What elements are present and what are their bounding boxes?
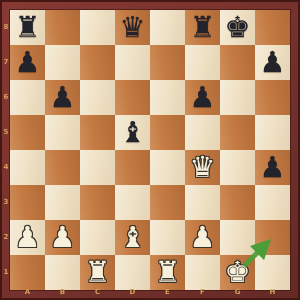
- piece-white-pawn-b2[interactable]: ♟: [45, 220, 80, 255]
- file-label-c: C: [80, 288, 115, 298]
- square-b3[interactable]: [45, 185, 80, 220]
- square-d2[interactable]: ♝: [115, 220, 150, 255]
- piece-black-bishop-d5[interactable]: ♝: [115, 115, 150, 150]
- piece-black-queen-d8[interactable]: ♛: [115, 10, 150, 45]
- piece-black-pawn-h7[interactable]: ♟: [255, 45, 290, 80]
- square-c1[interactable]: ♜: [80, 255, 115, 290]
- rank-label-7: 7: [2, 45, 10, 80]
- square-a1[interactable]: [10, 255, 45, 290]
- piece-black-pawn-a7[interactable]: ♟: [10, 45, 45, 80]
- square-h1[interactable]: [255, 255, 290, 290]
- rank-label-6: 6: [2, 80, 10, 115]
- square-a4[interactable]: [10, 150, 45, 185]
- file-label-h: H: [255, 288, 290, 298]
- piece-black-pawn-f6[interactable]: ♟: [185, 80, 220, 115]
- square-a8[interactable]: ♜: [10, 10, 45, 45]
- square-f8[interactable]: ♜: [185, 10, 220, 45]
- square-c2[interactable]: [80, 220, 115, 255]
- square-h2[interactable]: [255, 220, 290, 255]
- square-d4[interactable]: [115, 150, 150, 185]
- square-a3[interactable]: [10, 185, 45, 220]
- square-d6[interactable]: [115, 80, 150, 115]
- piece-white-rook-e1[interactable]: ♜: [150, 255, 185, 290]
- square-b5[interactable]: [45, 115, 80, 150]
- piece-black-rook-f8[interactable]: ♜: [185, 10, 220, 45]
- file-label-a: A: [10, 288, 45, 298]
- square-g8[interactable]: ♚: [220, 10, 255, 45]
- square-g2[interactable]: [220, 220, 255, 255]
- file-label-g: G: [220, 288, 255, 298]
- rank-label-4: 4: [2, 150, 10, 185]
- square-a7[interactable]: ♟: [10, 45, 45, 80]
- square-f5[interactable]: [185, 115, 220, 150]
- piece-black-pawn-h4[interactable]: ♟: [255, 150, 290, 185]
- square-h4[interactable]: ♟: [255, 150, 290, 185]
- square-c6[interactable]: [80, 80, 115, 115]
- square-d5[interactable]: ♝: [115, 115, 150, 150]
- square-d8[interactable]: ♛: [115, 10, 150, 45]
- square-g1[interactable]: ♚: [220, 255, 255, 290]
- square-f3[interactable]: [185, 185, 220, 220]
- square-e5[interactable]: [150, 115, 185, 150]
- rank-label-3: 3: [2, 185, 10, 220]
- square-f6[interactable]: ♟: [185, 80, 220, 115]
- square-b1[interactable]: [45, 255, 80, 290]
- square-e6[interactable]: [150, 80, 185, 115]
- piece-white-rook-c1[interactable]: ♜: [80, 255, 115, 290]
- square-e2[interactable]: [150, 220, 185, 255]
- square-a5[interactable]: [10, 115, 45, 150]
- square-e7[interactable]: [150, 45, 185, 80]
- rank-label-2: 2: [2, 220, 10, 255]
- file-label-f: F: [185, 288, 220, 298]
- square-e4[interactable]: [150, 150, 185, 185]
- piece-white-bishop-d2[interactable]: ♝: [115, 220, 150, 255]
- square-b6[interactable]: ♟: [45, 80, 80, 115]
- square-g5[interactable]: [220, 115, 255, 150]
- square-e1[interactable]: ♜: [150, 255, 185, 290]
- square-b2[interactable]: ♟: [45, 220, 80, 255]
- piece-white-pawn-a2[interactable]: ♟: [10, 220, 45, 255]
- square-h8[interactable]: [255, 10, 290, 45]
- piece-white-queen-f4[interactable]: ♛: [185, 150, 220, 185]
- file-label-d: D: [115, 288, 150, 298]
- piece-white-pawn-f2[interactable]: ♟: [185, 220, 220, 255]
- square-e8[interactable]: [150, 10, 185, 45]
- square-f2[interactable]: ♟: [185, 220, 220, 255]
- square-c5[interactable]: [80, 115, 115, 150]
- rank-label-8: 8: [2, 10, 10, 45]
- square-c8[interactable]: [80, 10, 115, 45]
- piece-white-king-g1[interactable]: ♚: [220, 255, 255, 290]
- square-h3[interactable]: [255, 185, 290, 220]
- square-g4[interactable]: [220, 150, 255, 185]
- square-f4[interactable]: ♛: [185, 150, 220, 185]
- square-d3[interactable]: [115, 185, 150, 220]
- square-d7[interactable]: [115, 45, 150, 80]
- square-f7[interactable]: [185, 45, 220, 80]
- square-g7[interactable]: [220, 45, 255, 80]
- rank-label-5: 5: [2, 115, 10, 150]
- square-a6[interactable]: [10, 80, 45, 115]
- square-d1[interactable]: [115, 255, 150, 290]
- square-f1[interactable]: [185, 255, 220, 290]
- file-label-e: E: [150, 288, 185, 298]
- square-b7[interactable]: [45, 45, 80, 80]
- rank-label-1: 1: [2, 255, 10, 290]
- square-c7[interactable]: [80, 45, 115, 80]
- square-g6[interactable]: [220, 80, 255, 115]
- piece-black-king-g8[interactable]: ♚: [220, 10, 255, 45]
- square-c4[interactable]: [80, 150, 115, 185]
- square-e3[interactable]: [150, 185, 185, 220]
- piece-black-rook-a8[interactable]: ♜: [10, 10, 45, 45]
- square-b4[interactable]: [45, 150, 80, 185]
- square-g3[interactable]: [220, 185, 255, 220]
- chess-board-frame: ♜♛♜♚♟♟♟♟♝♛♟♟♟♝♟♜♜♚ 87654321ABCDEFGH: [0, 0, 300, 300]
- piece-black-pawn-b6[interactable]: ♟: [45, 80, 80, 115]
- square-b8[interactable]: [45, 10, 80, 45]
- square-h6[interactable]: [255, 80, 290, 115]
- square-h5[interactable]: [255, 115, 290, 150]
- square-c3[interactable]: [80, 185, 115, 220]
- square-h7[interactable]: ♟: [255, 45, 290, 80]
- file-label-b: B: [45, 288, 80, 298]
- square-a2[interactable]: ♟: [10, 220, 45, 255]
- chess-board: ♜♛♜♚♟♟♟♟♝♛♟♟♟♝♟♜♜♚: [10, 10, 290, 290]
